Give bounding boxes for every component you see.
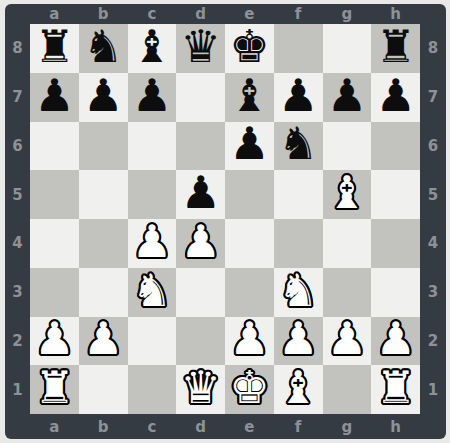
white-pawn[interactable]: ♟: [278, 317, 318, 362]
rank-label-6: 6: [5, 122, 30, 171]
square-g7[interactable]: ♟: [323, 73, 372, 122]
file-label-c: c: [128, 4, 177, 24]
square-h3[interactable]: [371, 268, 420, 317]
file-label-g: g: [323, 414, 372, 439]
square-b1[interactable]: [79, 365, 128, 414]
square-h6[interactable]: [371, 122, 420, 171]
square-b3[interactable]: [79, 268, 128, 317]
square-a8[interactable]: ♜: [30, 24, 79, 73]
square-c1[interactable]: [128, 365, 177, 414]
square-f7[interactable]: ♟: [274, 73, 323, 122]
square-e1[interactable]: ♚: [225, 365, 274, 414]
square-d3[interactable]: [176, 268, 225, 317]
square-f8[interactable]: [274, 24, 323, 73]
square-f3[interactable]: ♞: [274, 268, 323, 317]
square-a3[interactable]: [30, 268, 79, 317]
square-e4[interactable]: [225, 219, 274, 268]
black-bishop[interactable]: ♝: [229, 73, 269, 118]
square-a5[interactable]: [30, 170, 79, 219]
square-b4[interactable]: [79, 219, 128, 268]
black-rook[interactable]: ♜: [375, 24, 415, 69]
file-label-b: b: [79, 4, 128, 24]
file-label-g: g: [323, 4, 372, 24]
black-king[interactable]: ♚: [229, 24, 269, 69]
file-labels-bottom: abcdefgh: [30, 414, 420, 439]
square-h7[interactable]: ♟: [371, 73, 420, 122]
square-d2[interactable]: [176, 317, 225, 366]
square-d5[interactable]: ♟: [176, 170, 225, 219]
square-g1[interactable]: [323, 365, 372, 414]
black-rook[interactable]: ♜: [34, 24, 74, 69]
square-a7[interactable]: ♟: [30, 73, 79, 122]
rank-label-1: 1: [420, 365, 446, 414]
file-label-h: h: [371, 414, 420, 439]
white-pawn[interactable]: ♟: [375, 317, 415, 362]
white-bishop[interactable]: ♝: [327, 170, 367, 215]
file-label-f: f: [274, 4, 323, 24]
white-bishop[interactable]: ♝: [278, 365, 318, 410]
square-g3[interactable]: [323, 268, 372, 317]
black-pawn[interactable]: ♟: [83, 73, 123, 118]
white-knight[interactable]: ♞: [278, 268, 318, 313]
white-pawn[interactable]: ♟: [132, 219, 172, 264]
square-e7[interactable]: ♝: [225, 73, 274, 122]
square-a2[interactable]: ♟: [30, 317, 79, 366]
white-king[interactable]: ♚: [229, 365, 269, 410]
rank-label-8: 8: [5, 24, 30, 73]
file-label-c: c: [128, 414, 177, 439]
rank-label-3: 3: [5, 268, 30, 317]
rank-label-5: 5: [420, 170, 446, 219]
square-g4[interactable]: [323, 219, 372, 268]
square-h8[interactable]: ♜: [371, 24, 420, 73]
file-labels-top: abcdefgh: [30, 4, 420, 24]
white-pawn[interactable]: ♟: [83, 317, 123, 362]
black-pawn[interactable]: ♟: [132, 73, 172, 118]
square-h2[interactable]: ♟: [371, 317, 420, 366]
black-knight[interactable]: ♞: [83, 24, 123, 69]
square-g8[interactable]: [323, 24, 372, 73]
square-f5[interactable]: [274, 170, 323, 219]
square-e6[interactable]: ♟: [225, 122, 274, 171]
square-a1[interactable]: ♜: [30, 365, 79, 414]
square-c5[interactable]: [128, 170, 177, 219]
white-rook[interactable]: ♜: [34, 365, 74, 410]
file-label-e: e: [225, 4, 274, 24]
white-pawn[interactable]: ♟: [180, 219, 220, 264]
square-e5[interactable]: [225, 170, 274, 219]
rank-labels-left: 87654321: [5, 24, 30, 414]
white-pawn[interactable]: ♟: [327, 317, 367, 362]
square-c6[interactable]: [128, 122, 177, 171]
rank-label-1: 1: [5, 365, 30, 414]
file-label-d: d: [176, 414, 225, 439]
file-label-e: e: [225, 414, 274, 439]
file-label-h: h: [371, 4, 420, 24]
black-knight[interactable]: ♞: [278, 122, 318, 167]
board-frame: abcdefgh 87654321 ♜♞♝♛♚♜♟♟♟♝♟♟♟♟♞♟♝♟♟♞♞♟…: [5, 4, 446, 439]
file-label-a: a: [30, 4, 79, 24]
black-pawn[interactable]: ♟: [229, 122, 269, 167]
square-b5[interactable]: [79, 170, 128, 219]
rank-label-5: 5: [5, 170, 30, 219]
square-b7[interactable]: ♟: [79, 73, 128, 122]
square-h4[interactable]: [371, 219, 420, 268]
white-pawn[interactable]: ♟: [34, 317, 74, 362]
file-label-a: a: [30, 414, 79, 439]
square-b2[interactable]: ♟: [79, 317, 128, 366]
white-knight[interactable]: ♞: [132, 268, 172, 313]
black-pawn[interactable]: ♟: [278, 73, 318, 118]
chess-board-widget: abcdefgh 87654321 ♜♞♝♛♚♜♟♟♟♝♟♟♟♟♞♟♝♟♟♞♞♟…: [0, 0, 450, 443]
square-f1[interactable]: ♝: [274, 365, 323, 414]
black-pawn[interactable]: ♟: [375, 73, 415, 118]
white-rook[interactable]: ♜: [375, 365, 415, 410]
square-d8[interactable]: ♛: [176, 24, 225, 73]
square-f6[interactable]: ♞: [274, 122, 323, 171]
square-c7[interactable]: ♟: [128, 73, 177, 122]
square-f4[interactable]: [274, 219, 323, 268]
rank-label-4: 4: [420, 219, 446, 268]
square-g6[interactable]: [323, 122, 372, 171]
square-d4[interactable]: ♟: [176, 219, 225, 268]
rank-label-3: 3: [420, 268, 446, 317]
black-pawn[interactable]: ♟: [34, 73, 74, 118]
square-d7[interactable]: [176, 73, 225, 122]
square-h1[interactable]: ♜: [371, 365, 420, 414]
square-b8[interactable]: ♞: [79, 24, 128, 73]
black-pawn[interactable]: ♟: [180, 170, 220, 215]
square-a4[interactable]: [30, 219, 79, 268]
square-g5[interactable]: ♝: [323, 170, 372, 219]
rank-label-6: 6: [420, 122, 446, 171]
square-e8[interactable]: ♚: [225, 24, 274, 73]
rank-label-4: 4: [5, 219, 30, 268]
square-e3[interactable]: [225, 268, 274, 317]
rank-labels-right: 87654321: [420, 24, 446, 414]
white-pawn[interactable]: ♟: [229, 317, 269, 362]
black-bishop[interactable]: ♝: [132, 24, 172, 69]
square-b6[interactable]: [79, 122, 128, 171]
black-queen[interactable]: ♛: [180, 24, 220, 69]
square-c3[interactable]: ♞: [128, 268, 177, 317]
chess-board: ♜♞♝♛♚♜♟♟♟♝♟♟♟♟♞♟♝♟♟♞♞♟♟♟♟♟♟♜♛♚♝♜: [30, 24, 420, 414]
file-label-f: f: [274, 414, 323, 439]
square-c8[interactable]: ♝: [128, 24, 177, 73]
rank-label-8: 8: [420, 24, 446, 73]
rank-label-7: 7: [5, 73, 30, 122]
rank-label-2: 2: [420, 317, 446, 366]
square-e2[interactable]: ♟: [225, 317, 274, 366]
file-label-d: d: [176, 4, 225, 24]
square-h5[interactable]: [371, 170, 420, 219]
rank-label-2: 2: [5, 317, 30, 366]
white-queen[interactable]: ♛: [180, 365, 220, 410]
rank-label-7: 7: [420, 73, 446, 122]
square-f2[interactable]: ♟: [274, 317, 323, 366]
square-d1[interactable]: ♛: [176, 365, 225, 414]
black-pawn[interactable]: ♟: [327, 73, 367, 118]
square-a6[interactable]: [30, 122, 79, 171]
square-c4[interactable]: ♟: [128, 219, 177, 268]
square-g2[interactable]: ♟: [323, 317, 372, 366]
square-c2[interactable]: [128, 317, 177, 366]
square-d6[interactable]: [176, 122, 225, 171]
file-label-b: b: [79, 414, 128, 439]
